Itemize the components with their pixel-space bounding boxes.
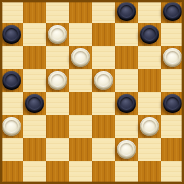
square-a2 (0, 138, 23, 161)
square-e7[interactable] (92, 23, 115, 46)
square-f5 (115, 69, 138, 92)
square-g5[interactable] (138, 69, 161, 92)
black-man-a5[interactable]: ⛂ (2, 71, 21, 90)
square-b3 (23, 115, 46, 138)
white-man-a3[interactable]: ⛀ (2, 117, 21, 136)
square-g4 (138, 92, 161, 115)
square-c3[interactable] (46, 115, 69, 138)
square-g1[interactable] (138, 161, 161, 184)
square-d7 (69, 23, 92, 46)
square-b2[interactable] (23, 138, 46, 161)
square-e4 (92, 92, 115, 115)
square-a7[interactable]: ⛂ (0, 23, 23, 46)
square-c6 (46, 46, 69, 69)
square-e5[interactable]: ⛀ (92, 69, 115, 92)
square-b7 (23, 23, 46, 46)
white-man-e5[interactable]: ⛀ (94, 71, 113, 90)
square-f7 (115, 23, 138, 46)
square-e1[interactable] (92, 161, 115, 184)
square-d1 (69, 161, 92, 184)
square-c5[interactable]: ⛀ (46, 69, 69, 92)
square-d6[interactable]: ⛀ (69, 46, 92, 69)
square-g2 (138, 138, 161, 161)
white-man-d6[interactable]: ⛀ (71, 48, 90, 67)
black-man-f4[interactable]: ⛂ (117, 94, 136, 113)
square-h5 (161, 69, 184, 92)
square-c7[interactable]: ⛀ (46, 23, 69, 46)
square-d2[interactable] (69, 138, 92, 161)
square-e3[interactable] (92, 115, 115, 138)
square-a4 (0, 92, 23, 115)
square-d5 (69, 69, 92, 92)
square-b8[interactable] (23, 0, 46, 23)
square-f8[interactable]: ⛂ (115, 0, 138, 23)
square-f3 (115, 115, 138, 138)
black-man-h4[interactable]: ⛂ (163, 94, 182, 113)
square-e8 (92, 0, 115, 23)
square-a6 (0, 46, 23, 69)
square-a5[interactable]: ⛂ (0, 69, 23, 92)
square-b5 (23, 69, 46, 92)
square-b6[interactable] (23, 46, 46, 69)
square-a3[interactable]: ⛀ (0, 115, 23, 138)
square-d3 (69, 115, 92, 138)
square-f2[interactable]: ⛀ (115, 138, 138, 161)
square-g6 (138, 46, 161, 69)
square-c1[interactable] (46, 161, 69, 184)
square-d8[interactable] (69, 0, 92, 23)
square-a8 (0, 0, 23, 23)
white-man-f2[interactable]: ⛀ (117, 140, 136, 159)
square-c4 (46, 92, 69, 115)
square-b4[interactable]: ⛂ (23, 92, 46, 115)
square-c8 (46, 0, 69, 23)
square-e6 (92, 46, 115, 69)
square-f4[interactable]: ⛂ (115, 92, 138, 115)
white-man-c7[interactable]: ⛀ (48, 25, 67, 44)
square-g3[interactable]: ⛀ (138, 115, 161, 138)
square-h1 (161, 161, 184, 184)
square-g7[interactable]: ⛂ (138, 23, 161, 46)
black-man-h8[interactable]: ⛂ (163, 2, 182, 21)
black-man-b4[interactable]: ⛂ (25, 94, 44, 113)
square-c2 (46, 138, 69, 161)
white-man-c5[interactable]: ⛀ (48, 71, 67, 90)
square-h2[interactable] (161, 138, 184, 161)
square-h6[interactable]: ⛀ (161, 46, 184, 69)
white-man-g3[interactable]: ⛀ (140, 117, 159, 136)
black-man-a7[interactable]: ⛂ (2, 25, 21, 44)
checkers-board: ⛂⛂⛂⛀⛂⛀⛀⛂⛀⛀⛂⛂⛂⛀⛀⛀ (0, 0, 184, 184)
square-g8 (138, 0, 161, 23)
square-h8[interactable]: ⛂ (161, 0, 184, 23)
square-h4[interactable]: ⛂ (161, 92, 184, 115)
black-man-f8[interactable]: ⛂ (117, 2, 136, 21)
square-h7 (161, 23, 184, 46)
square-b1 (23, 161, 46, 184)
square-d4[interactable] (69, 92, 92, 115)
square-a1[interactable] (0, 161, 23, 184)
square-f6[interactable] (115, 46, 138, 69)
black-man-g7[interactable]: ⛂ (140, 25, 159, 44)
square-f1 (115, 161, 138, 184)
white-man-h6[interactable]: ⛀ (163, 48, 182, 67)
square-h3 (161, 115, 184, 138)
square-e2 (92, 138, 115, 161)
